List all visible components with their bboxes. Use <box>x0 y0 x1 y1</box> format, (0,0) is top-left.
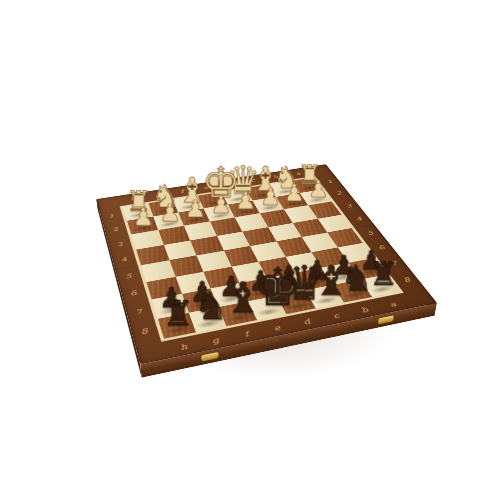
square-h3 <box>131 230 163 249</box>
white-pawn: ♟ <box>282 181 307 204</box>
white-pawn: ♟ <box>208 193 234 217</box>
brass-latch-icon <box>201 352 219 362</box>
brass-latch-icon <box>378 315 394 324</box>
black-knight: ♞ <box>193 287 225 325</box>
black-rook: ♜ <box>162 296 194 331</box>
product-photo-stage: hgfedcba hgfedcba 12345678 12345678 ♜♞♝♚… <box>0 0 500 500</box>
square-g3 <box>158 226 190 245</box>
square-h8: ♜ <box>158 313 196 339</box>
white-pawn: ♟ <box>257 185 283 208</box>
coordinate-label: 4 <box>111 250 137 270</box>
white-pawn: ♟ <box>233 189 259 212</box>
white-pawn: ♟ <box>305 178 330 201</box>
white-pawn: ♟ <box>156 201 182 225</box>
white-pawn: ♟ <box>182 197 208 221</box>
white-pawn: ♟ <box>130 205 157 229</box>
black-bishop: ♝ <box>224 277 255 319</box>
